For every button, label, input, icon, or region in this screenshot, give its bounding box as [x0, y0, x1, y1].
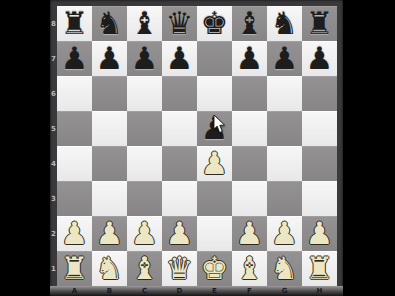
- square-a5[interactable]: [57, 111, 92, 146]
- square-c1[interactable]: ♝: [127, 251, 162, 286]
- square-b7[interactable]: ♟: [92, 41, 127, 76]
- square-f4[interactable]: [232, 146, 267, 181]
- white-pawn[interactable]: ♟: [96, 216, 124, 251]
- square-a2[interactable]: ♟: [57, 216, 92, 251]
- white-pawn[interactable]: ♟: [306, 216, 334, 251]
- square-g5[interactable]: [267, 111, 302, 146]
- square-f2[interactable]: ♟: [232, 216, 267, 251]
- file-label-f: F: [232, 286, 267, 296]
- square-g4[interactable]: [267, 146, 302, 181]
- rank-label-6: 6: [50, 76, 57, 111]
- square-d3[interactable]: [162, 181, 197, 216]
- square-c3[interactable]: [127, 181, 162, 216]
- white-pawn[interactable]: ♟: [131, 216, 159, 251]
- square-b2[interactable]: ♟: [92, 216, 127, 251]
- square-g7[interactable]: ♟: [267, 41, 302, 76]
- square-h4[interactable]: [302, 146, 337, 181]
- white-bishop[interactable]: ♝: [236, 251, 264, 286]
- white-queen[interactable]: ♛: [166, 251, 194, 286]
- black-knight[interactable]: ♞: [271, 6, 299, 41]
- square-d6[interactable]: [162, 76, 197, 111]
- black-knight[interactable]: ♞: [96, 6, 124, 41]
- white-pawn[interactable]: ♟: [201, 146, 229, 181]
- square-f7[interactable]: ♟: [232, 41, 267, 76]
- square-a3[interactable]: [57, 181, 92, 216]
- square-h3[interactable]: [302, 181, 337, 216]
- white-bishop[interactable]: ♝: [131, 251, 159, 286]
- square-d8[interactable]: ♛: [162, 6, 197, 41]
- white-pawn[interactable]: ♟: [61, 216, 89, 251]
- square-e7[interactable]: [197, 41, 232, 76]
- square-f1[interactable]: ♝: [232, 251, 267, 286]
- rank-label-1: 1: [50, 251, 57, 286]
- file-labels-spacer: [50, 286, 57, 296]
- square-e6[interactable]: [197, 76, 232, 111]
- file-label-b: B: [92, 286, 127, 296]
- file-labels-row: ABCDEFGH: [50, 286, 343, 296]
- black-pawn[interactable]: ♟: [96, 41, 124, 76]
- square-h1[interactable]: ♜: [302, 251, 337, 286]
- rank-label-3: 3: [50, 181, 57, 216]
- white-king[interactable]: ♚: [201, 251, 229, 286]
- rank-label-5: 5: [50, 111, 57, 146]
- black-pawn[interactable]: ♟: [166, 41, 194, 76]
- square-c5[interactable]: [127, 111, 162, 146]
- black-pawn[interactable]: ♟: [201, 111, 229, 146]
- rank-labels-column: 87654321: [50, 6, 57, 286]
- square-a4[interactable]: [57, 146, 92, 181]
- square-g2[interactable]: ♟: [267, 216, 302, 251]
- file-label-c: C: [127, 286, 162, 296]
- file-label-d: D: [162, 286, 197, 296]
- square-f3[interactable]: [232, 181, 267, 216]
- chess-board[interactable]: ♜♞♝♛♚♝♞♜♟♟♟♟♟♟♟♟♟♟♟♟♟♟♟♟♜♞♝♛♚♝♞♜: [57, 6, 337, 286]
- rank-label-4: 4: [50, 146, 57, 181]
- square-f6[interactable]: [232, 76, 267, 111]
- square-b8[interactable]: ♞: [92, 6, 127, 41]
- white-rook[interactable]: ♜: [61, 251, 89, 286]
- square-g8[interactable]: ♞: [267, 6, 302, 41]
- square-g3[interactable]: [267, 181, 302, 216]
- white-knight[interactable]: ♞: [271, 251, 299, 286]
- square-a7[interactable]: ♟: [57, 41, 92, 76]
- file-label-h: H: [302, 286, 337, 296]
- square-a6[interactable]: [57, 76, 92, 111]
- white-rook[interactable]: ♜: [306, 251, 334, 286]
- square-d4[interactable]: [162, 146, 197, 181]
- square-b4[interactable]: [92, 146, 127, 181]
- square-a8[interactable]: ♜: [57, 6, 92, 41]
- black-bishop[interactable]: ♝: [131, 6, 159, 41]
- white-pawn[interactable]: ♟: [271, 216, 299, 251]
- rank-label-8: 8: [50, 6, 57, 41]
- square-g6[interactable]: [267, 76, 302, 111]
- white-pawn[interactable]: ♟: [166, 216, 194, 251]
- square-e8[interactable]: ♚: [197, 6, 232, 41]
- square-e2[interactable]: [197, 216, 232, 251]
- square-b5[interactable]: [92, 111, 127, 146]
- square-c6[interactable]: [127, 76, 162, 111]
- square-d7[interactable]: ♟: [162, 41, 197, 76]
- square-e1[interactable]: ♚: [197, 251, 232, 286]
- square-h7[interactable]: ♟: [302, 41, 337, 76]
- black-queen[interactable]: ♛: [166, 6, 194, 41]
- black-pawn[interactable]: ♟: [131, 41, 159, 76]
- square-d5[interactable]: [162, 111, 197, 146]
- file-label-g: G: [267, 286, 302, 296]
- square-d1[interactable]: ♛: [162, 251, 197, 286]
- black-king[interactable]: ♚: [201, 6, 229, 41]
- square-c2[interactable]: ♟: [127, 216, 162, 251]
- square-h6[interactable]: [302, 76, 337, 111]
- square-g1[interactable]: ♞: [267, 251, 302, 286]
- square-d2[interactable]: ♟: [162, 216, 197, 251]
- square-e5[interactable]: ♟: [197, 111, 232, 146]
- square-f5[interactable]: [232, 111, 267, 146]
- black-pawn[interactable]: ♟: [236, 41, 264, 76]
- white-pawn[interactable]: ♟: [236, 216, 264, 251]
- black-rook[interactable]: ♜: [61, 6, 89, 41]
- chess-board-frame: 87654321 ♜♞♝♛♚♝♞♜♟♟♟♟♟♟♟♟♟♟♟♟♟♟♟♟♜♞♝♛♚♝♞…: [50, 0, 343, 296]
- white-knight[interactable]: ♞: [96, 251, 124, 286]
- square-b1[interactable]: ♞: [92, 251, 127, 286]
- black-pawn[interactable]: ♟: [271, 41, 299, 76]
- black-pawn[interactable]: ♟: [61, 41, 89, 76]
- file-label-e: E: [197, 286, 232, 296]
- chess-app-background: 87654321 ♜♞♝♛♚♝♞♜♟♟♟♟♟♟♟♟♟♟♟♟♟♟♟♟♜♞♝♛♚♝♞…: [0, 0, 395, 296]
- square-b6[interactable]: [92, 76, 127, 111]
- square-h5[interactable]: [302, 111, 337, 146]
- square-c4[interactable]: [127, 146, 162, 181]
- square-h8[interactable]: ♜: [302, 6, 337, 41]
- square-c7[interactable]: ♟: [127, 41, 162, 76]
- black-bishop[interactable]: ♝: [236, 6, 264, 41]
- file-label-a: A: [57, 286, 92, 296]
- square-h2[interactable]: ♟: [302, 216, 337, 251]
- square-c8[interactable]: ♝: [127, 6, 162, 41]
- black-pawn[interactable]: ♟: [306, 41, 334, 76]
- rank-label-2: 2: [50, 216, 57, 251]
- square-e3[interactable]: [197, 181, 232, 216]
- square-f8[interactable]: ♝: [232, 6, 267, 41]
- square-e4[interactable]: ♟: [197, 146, 232, 181]
- square-b3[interactable]: [92, 181, 127, 216]
- black-rook[interactable]: ♜: [306, 6, 334, 41]
- square-a1[interactable]: ♜: [57, 251, 92, 286]
- rank-label-7: 7: [50, 41, 57, 76]
